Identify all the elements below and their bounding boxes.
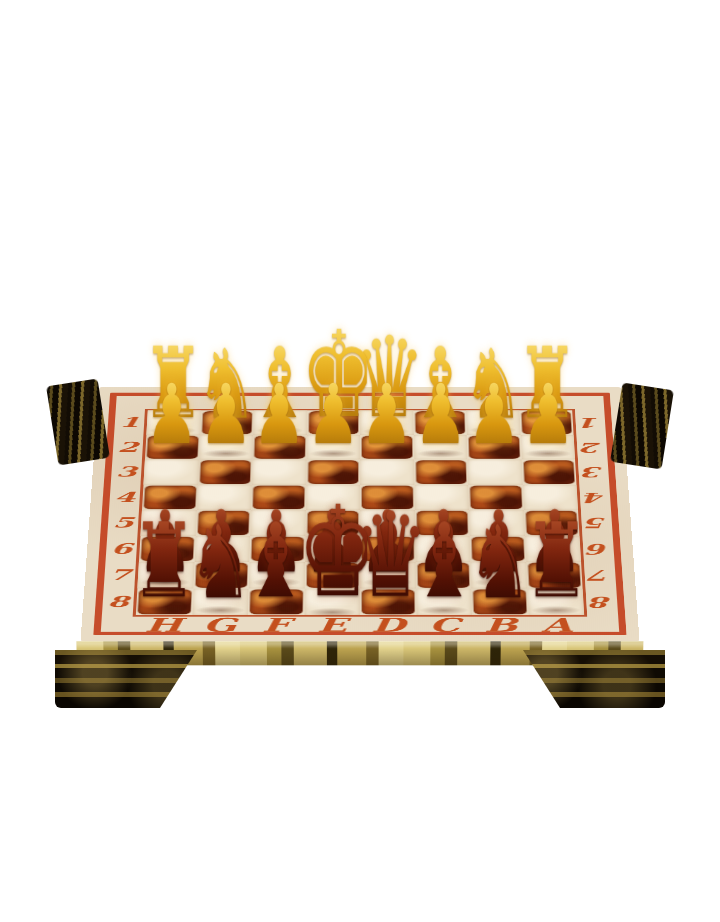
file-label-h: H: [135, 618, 192, 633]
product-photo-stage: 1234567812345678HGFEDCBA♜♞♝♚♛♝♞♜♟♟♟♟♟♟♟♟…: [0, 0, 720, 922]
square-g3[interactable]: [200, 460, 251, 483]
file-label-f: F: [247, 618, 304, 633]
rook-glyph: ♜: [521, 510, 591, 613]
square-c3[interactable]: [416, 460, 466, 483]
piece-black-rook-a8[interactable]: ♜: [506, 564, 604, 613]
pawn-glyph: ♟: [515, 373, 582, 456]
chessboard: 1234567812345678HGFEDCBA♜♞♝♚♛♝♞♜♟♟♟♟♟♟♟♟…: [80, 387, 639, 641]
piece-white-pawn-a2[interactable]: ♟: [500, 418, 594, 456]
king-glyph: ♚: [297, 489, 367, 614]
square-b3[interactable]: [468, 460, 523, 485]
board-foot-back-right: [610, 382, 674, 469]
square-h3[interactable]: [143, 460, 198, 485]
file-label-a: A: [528, 618, 585, 633]
square-a3[interactable]: [523, 460, 574, 483]
file-label-e: E: [304, 618, 360, 633]
file-label-c: C: [416, 618, 473, 633]
board-scene: 1234567812345678HGFEDCBA♜♞♝♚♛♝♞♜♟♟♟♟♟♟♟♟…: [90, 240, 630, 780]
file-label-b: B: [472, 618, 529, 633]
piece-black-king-e8[interactable]: ♚: [284, 555, 381, 615]
file-label-d: D: [360, 618, 416, 633]
file-label-g: G: [191, 618, 248, 633]
